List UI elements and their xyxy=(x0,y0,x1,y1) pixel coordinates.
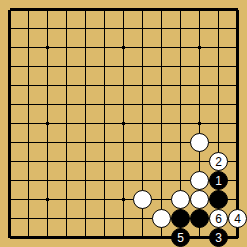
grid-line-vertical xyxy=(180,171,181,190)
board-point-4-4[interactable] xyxy=(76,76,95,95)
grid-line-vertical xyxy=(161,95,162,114)
grid-line-vertical xyxy=(161,171,162,190)
grid-line-vertical xyxy=(28,95,29,114)
grid-line-vertical xyxy=(142,114,143,133)
board-point-6-10[interactable] xyxy=(114,190,133,209)
grid-line-vertical xyxy=(66,95,67,114)
board-point-8-3[interactable] xyxy=(152,57,171,76)
grid-line-horizontal xyxy=(10,180,20,181)
board-point-7-3[interactable] xyxy=(133,57,152,76)
grid-line-vertical xyxy=(85,209,86,228)
board-point-9-4[interactable] xyxy=(171,76,190,95)
board-point-7-9[interactable] xyxy=(133,171,152,190)
board-point-12-11[interactable]: 4 xyxy=(228,209,247,228)
board-point-1-3[interactable] xyxy=(19,57,38,76)
board-point-11-3[interactable] xyxy=(209,57,228,76)
grid-line-vertical xyxy=(236,190,239,209)
board-point-5-6[interactable] xyxy=(95,114,114,133)
grid-line-vertical xyxy=(218,95,219,114)
board-point-6-12[interactable] xyxy=(114,228,133,247)
board-point-0-3[interactable] xyxy=(0,57,19,76)
board-point-10-6[interactable] xyxy=(190,114,209,133)
board-point-3-11[interactable] xyxy=(57,209,76,228)
board-point-0-6[interactable] xyxy=(0,114,19,133)
grid-line-vertical xyxy=(66,152,67,171)
board-point-3-8[interactable] xyxy=(57,152,76,171)
grid-line-vertical xyxy=(123,152,124,171)
board-point-11-12[interactable]: 3 xyxy=(209,228,228,247)
grid-line-vertical xyxy=(8,171,11,190)
grid-line-vertical xyxy=(66,114,67,133)
board-point-0-7[interactable] xyxy=(0,133,19,152)
board-point-10-7[interactable] xyxy=(190,133,209,152)
grid-line-vertical xyxy=(104,57,105,76)
board-point-6-9[interactable] xyxy=(114,171,133,190)
board-point-0-11[interactable] xyxy=(0,209,19,228)
grid-line-vertical xyxy=(104,228,105,238)
board-point-11-9[interactable]: 1 xyxy=(209,171,228,190)
grid-line-vertical xyxy=(28,228,29,238)
grid-line-vertical xyxy=(161,57,162,76)
board-point-8-6[interactable] xyxy=(152,114,171,133)
grid-line-vertical xyxy=(8,152,11,171)
grid-line-vertical xyxy=(199,76,200,95)
star-point xyxy=(122,46,125,49)
board-point-10-5[interactable] xyxy=(190,95,209,114)
black-stone-move-1: 1 xyxy=(209,171,228,190)
grid-line-vertical xyxy=(85,228,86,238)
board-point-1-1[interactable] xyxy=(19,19,38,38)
board-point-11-4[interactable] xyxy=(209,76,228,95)
board-point-6-4[interactable] xyxy=(114,76,133,95)
board-point-5-4[interactable] xyxy=(95,76,114,95)
grid-line-vertical xyxy=(104,76,105,95)
grid-line-vertical xyxy=(104,10,105,20)
black-stone xyxy=(190,209,209,228)
board-point-0-2[interactable] xyxy=(0,38,19,57)
board-point-5-11[interactable] xyxy=(95,209,114,228)
grid-line-vertical xyxy=(218,133,219,152)
grid-line-vertical xyxy=(66,19,67,38)
board-point-6-6[interactable] xyxy=(114,114,133,133)
board-point-9-5[interactable] xyxy=(171,95,190,114)
grid-line-horizontal xyxy=(10,85,20,86)
board-point-4-0[interactable] xyxy=(76,0,95,19)
grid-line-vertical xyxy=(218,114,219,133)
grid-line-vertical xyxy=(236,19,239,38)
board-point-4-10[interactable] xyxy=(76,190,95,209)
board-point-0-9[interactable] xyxy=(0,171,19,190)
board-point-1-2[interactable] xyxy=(19,38,38,57)
grid-line-vertical xyxy=(104,19,105,38)
grid-line-vertical xyxy=(180,57,181,76)
grid-line-vertical xyxy=(123,10,124,20)
board-point-5-9[interactable] xyxy=(95,171,114,190)
grid-line-vertical xyxy=(104,133,105,152)
board-point-11-2[interactable] xyxy=(209,38,228,57)
board-point-5-2[interactable] xyxy=(95,38,114,57)
grid-line-vertical xyxy=(28,38,29,57)
board-point-8-5[interactable] xyxy=(152,95,171,114)
board-point-6-1[interactable] xyxy=(114,19,133,38)
white-stone-move-6: 6 xyxy=(209,209,228,228)
grid-line-vertical xyxy=(218,76,219,95)
board-point-12-4[interactable] xyxy=(228,76,247,95)
board-point-10-4[interactable] xyxy=(190,76,209,95)
board-point-5-1[interactable] xyxy=(95,19,114,38)
grid-line-vertical xyxy=(47,95,48,114)
board-point-12-10[interactable] xyxy=(228,190,247,209)
board-point-7-8[interactable] xyxy=(133,152,152,171)
board-point-3-7[interactable] xyxy=(57,133,76,152)
grid-line-horizontal xyxy=(10,142,20,143)
grid-line-vertical xyxy=(104,209,105,228)
board-point-3-10[interactable] xyxy=(57,190,76,209)
grid-line-vertical xyxy=(180,133,181,152)
grid-line-vertical xyxy=(8,95,11,114)
board-point-7-2[interactable] xyxy=(133,38,152,57)
board-point-6-5[interactable] xyxy=(114,95,133,114)
grid-line-vertical xyxy=(8,19,11,38)
board-point-4-3[interactable] xyxy=(76,57,95,76)
grid-line-vertical xyxy=(180,76,181,95)
board-point-5-10[interactable] xyxy=(95,190,114,209)
board-point-0-10[interactable] xyxy=(0,190,19,209)
board-point-0-12[interactable] xyxy=(0,228,19,247)
board-point-4-12[interactable] xyxy=(76,228,95,247)
board-point-2-5[interactable] xyxy=(38,95,57,114)
grid-line-vertical xyxy=(8,10,11,20)
grid-line-vertical xyxy=(123,171,124,190)
grid-line-vertical xyxy=(161,152,162,171)
board-point-9-0[interactable] xyxy=(171,0,190,19)
grid-line-vertical xyxy=(142,133,143,152)
white-stone xyxy=(133,190,152,209)
grid-line-vertical xyxy=(85,95,86,114)
board-point-12-6[interactable] xyxy=(228,114,247,133)
grid-line-vertical xyxy=(28,133,29,152)
board-point-2-2[interactable] xyxy=(38,38,57,57)
board-point-5-7[interactable] xyxy=(95,133,114,152)
grid-line-vertical xyxy=(85,19,86,38)
grid-line-vertical xyxy=(161,228,162,238)
board-point-0-5[interactable] xyxy=(0,95,19,114)
board-point-7-11[interactable] xyxy=(133,209,152,228)
board-point-1-10[interactable] xyxy=(19,190,38,209)
grid-line-vertical xyxy=(236,57,239,76)
board-point-12-2[interactable] xyxy=(228,38,247,57)
grid-line-vertical xyxy=(123,209,124,228)
grid-line-vertical xyxy=(236,95,239,114)
board-point-1-7[interactable] xyxy=(19,133,38,152)
grid-line-horizontal xyxy=(10,199,20,200)
board-point-0-0[interactable] xyxy=(0,0,19,19)
board-point-2-12[interactable] xyxy=(38,228,57,247)
black-stone xyxy=(209,190,228,209)
board-point-2-8[interactable] xyxy=(38,152,57,171)
grid-line-horizontal xyxy=(10,104,20,105)
board-point-8-8[interactable] xyxy=(152,152,171,171)
board-point-10-12[interactable] xyxy=(190,228,209,247)
board-point-10-10[interactable] xyxy=(190,190,209,209)
board-point-3-6[interactable] xyxy=(57,114,76,133)
board-point-7-0[interactable] xyxy=(133,0,152,19)
board-point-11-1[interactable] xyxy=(209,19,228,38)
board-point-2-7[interactable] xyxy=(38,133,57,152)
board-point-6-7[interactable] xyxy=(114,133,133,152)
white-stone xyxy=(190,171,209,190)
board-point-11-7[interactable] xyxy=(209,133,228,152)
board-point-2-4[interactable] xyxy=(38,76,57,95)
board-point-4-9[interactable] xyxy=(76,171,95,190)
grid-line-vertical xyxy=(236,10,239,20)
grid-line-vertical xyxy=(218,19,219,38)
grid-line-vertical xyxy=(8,190,11,209)
board-point-1-6[interactable] xyxy=(19,114,38,133)
grid-line-vertical xyxy=(66,228,67,238)
grid-line-vertical xyxy=(123,95,124,114)
go-board: 216453 xyxy=(0,0,247,247)
board-point-9-10[interactable] xyxy=(171,190,190,209)
board-point-12-3[interactable] xyxy=(228,57,247,76)
board-point-1-8[interactable] xyxy=(19,152,38,171)
board-point-10-3[interactable] xyxy=(190,57,209,76)
grid-line-vertical xyxy=(85,38,86,57)
board-point-3-4[interactable] xyxy=(57,76,76,95)
board-point-3-5[interactable] xyxy=(57,95,76,114)
board-point-3-1[interactable] xyxy=(57,19,76,38)
board-point-10-2[interactable] xyxy=(190,38,209,57)
board-point-2-9[interactable] xyxy=(38,171,57,190)
board-point-4-11[interactable] xyxy=(76,209,95,228)
grid-line-vertical xyxy=(8,38,11,57)
board-point-5-5[interactable] xyxy=(95,95,114,114)
grid-line-horizontal xyxy=(10,8,20,11)
grid-line-horizontal xyxy=(10,28,20,29)
board-point-8-1[interactable] xyxy=(152,19,171,38)
board-point-11-10[interactable] xyxy=(209,190,228,209)
board-point-12-0[interactable] xyxy=(228,0,247,19)
grid-line-vertical xyxy=(85,133,86,152)
grid-line-vertical xyxy=(47,76,48,95)
board-point-1-9[interactable] xyxy=(19,171,38,190)
board-point-7-5[interactable] xyxy=(133,95,152,114)
board-point-12-8[interactable] xyxy=(228,152,247,171)
board-point-9-7[interactable] xyxy=(171,133,190,152)
grid-line-vertical xyxy=(161,19,162,38)
grid-line-vertical xyxy=(161,10,162,20)
board-point-3-2[interactable] xyxy=(57,38,76,57)
grid-line-vertical xyxy=(104,38,105,57)
grid-line-vertical xyxy=(85,10,86,20)
grid-line-vertical xyxy=(66,209,67,228)
board-point-9-1[interactable] xyxy=(171,19,190,38)
grid-line-vertical xyxy=(142,10,143,20)
board-point-12-9[interactable] xyxy=(228,171,247,190)
board-point-4-2[interactable] xyxy=(76,38,95,57)
board-point-8-7[interactable] xyxy=(152,133,171,152)
board-point-1-11[interactable] xyxy=(19,209,38,228)
board-point-2-11[interactable] xyxy=(38,209,57,228)
board-point-6-0[interactable] xyxy=(114,0,133,19)
board-point-10-0[interactable] xyxy=(190,0,209,19)
board-point-10-11[interactable] xyxy=(190,209,209,228)
grid-line-horizontal xyxy=(10,161,20,162)
board-point-8-2[interactable] xyxy=(152,38,171,57)
board-point-2-1[interactable] xyxy=(38,19,57,38)
board-point-8-11[interactable] xyxy=(152,209,171,228)
board-point-3-0[interactable] xyxy=(57,0,76,19)
grid-line-horizontal xyxy=(10,236,20,239)
grid-line-vertical xyxy=(142,171,143,190)
grid-line-vertical xyxy=(142,152,143,171)
board-point-2-10[interactable] xyxy=(38,190,57,209)
board-point-2-6[interactable] xyxy=(38,114,57,133)
board-point-8-10[interactable] xyxy=(152,190,171,209)
go-diagram: 216453 xyxy=(0,0,247,247)
board-point-7-10[interactable] xyxy=(133,190,152,209)
white-stone xyxy=(190,133,209,152)
grid-line-vertical xyxy=(47,10,48,20)
star-point xyxy=(198,122,201,125)
board-point-9-11[interactable] xyxy=(171,209,190,228)
board-point-11-5[interactable] xyxy=(209,95,228,114)
board-point-12-12[interactable] xyxy=(228,228,247,247)
grid-line-vertical xyxy=(66,171,67,190)
board-point-8-4[interactable] xyxy=(152,76,171,95)
grid-line-vertical xyxy=(180,10,181,20)
board-point-1-12[interactable] xyxy=(19,228,38,247)
grid-line-vertical xyxy=(199,228,200,238)
board-point-7-1[interactable] xyxy=(133,19,152,38)
board-point-4-7[interactable] xyxy=(76,133,95,152)
board-point-11-6[interactable] xyxy=(209,114,228,133)
grid-line-horizontal xyxy=(10,66,20,67)
grid-line-vertical xyxy=(142,76,143,95)
grid-line-vertical xyxy=(28,114,29,133)
board-point-6-3[interactable] xyxy=(114,57,133,76)
star-point xyxy=(198,46,201,49)
grid-line-vertical xyxy=(104,152,105,171)
star-point xyxy=(122,122,125,125)
grid-line-vertical xyxy=(8,57,11,76)
grid-line-vertical xyxy=(104,190,105,209)
board-point-4-5[interactable] xyxy=(76,95,95,114)
grid-line-vertical xyxy=(66,76,67,95)
board-point-8-9[interactable] xyxy=(152,171,171,190)
board-point-2-0[interactable] xyxy=(38,0,57,19)
board-point-0-1[interactable] xyxy=(0,19,19,38)
grid-line-vertical xyxy=(199,152,200,171)
board-point-9-6[interactable] xyxy=(171,114,190,133)
grid-line-horizontal xyxy=(10,218,20,219)
grid-line-vertical xyxy=(28,19,29,38)
grid-line-vertical xyxy=(161,190,162,209)
grid-line-vertical xyxy=(236,152,239,171)
grid-line-vertical xyxy=(66,133,67,152)
grid-line-vertical xyxy=(180,19,181,38)
black-stone xyxy=(171,209,190,228)
board-point-5-0[interactable] xyxy=(95,0,114,19)
grid-line-vertical xyxy=(8,209,11,228)
board-point-1-5[interactable] xyxy=(19,95,38,114)
grid-line-vertical xyxy=(47,133,48,152)
grid-line-horizontal xyxy=(10,47,20,48)
board-point-2-3[interactable] xyxy=(38,57,57,76)
board-point-11-11[interactable]: 6 xyxy=(209,209,228,228)
board-point-6-2[interactable] xyxy=(114,38,133,57)
board-point-7-12[interactable] xyxy=(133,228,152,247)
board-point-12-7[interactable] xyxy=(228,133,247,152)
board-point-3-3[interactable] xyxy=(57,57,76,76)
grid-line-vertical xyxy=(47,228,48,238)
board-point-4-8[interactable] xyxy=(76,152,95,171)
grid-line-vertical xyxy=(8,76,11,95)
board-point-6-8[interactable] xyxy=(114,152,133,171)
grid-line-vertical xyxy=(236,38,239,57)
board-point-4-1[interactable] xyxy=(76,19,95,38)
board-point-9-2[interactable] xyxy=(171,38,190,57)
grid-line-vertical xyxy=(123,133,124,152)
board-point-0-4[interactable] xyxy=(0,76,19,95)
grid-line-vertical xyxy=(142,228,143,238)
board-point-7-4[interactable] xyxy=(133,76,152,95)
board-point-4-6[interactable] xyxy=(76,114,95,133)
board-point-5-12[interactable] xyxy=(95,228,114,247)
board-point-10-9[interactable] xyxy=(190,171,209,190)
board-point-11-8[interactable]: 2 xyxy=(209,152,228,171)
grid-line-vertical xyxy=(123,76,124,95)
board-point-1-0[interactable] xyxy=(19,0,38,19)
grid-line-vertical xyxy=(66,10,67,20)
grid-line-vertical xyxy=(236,228,239,238)
board-point-9-12[interactable]: 5 xyxy=(171,228,190,247)
board-point-5-8[interactable] xyxy=(95,152,114,171)
grid-line-vertical xyxy=(85,190,86,209)
board-point-12-1[interactable] xyxy=(228,19,247,38)
grid-line-vertical xyxy=(28,76,29,95)
grid-line-vertical xyxy=(180,95,181,114)
grid-line-vertical xyxy=(199,57,200,76)
board-point-10-8[interactable] xyxy=(190,152,209,171)
board-point-11-0[interactable] xyxy=(209,0,228,19)
grid-line-vertical xyxy=(180,114,181,133)
grid-line-vertical xyxy=(199,19,200,38)
grid-line-vertical xyxy=(47,209,48,228)
board-point-9-8[interactable] xyxy=(171,152,190,171)
board-point-6-11[interactable] xyxy=(114,209,133,228)
board-point-1-4[interactable] xyxy=(19,76,38,95)
board-point-8-0[interactable] xyxy=(152,0,171,19)
board-point-8-12[interactable] xyxy=(152,228,171,247)
board-point-5-3[interactable] xyxy=(95,57,114,76)
board-point-3-9[interactable] xyxy=(57,171,76,190)
grid-line-vertical xyxy=(180,38,181,57)
board-point-7-7[interactable] xyxy=(133,133,152,152)
grid-line-vertical xyxy=(28,171,29,190)
grid-line-vertical xyxy=(161,133,162,152)
board-point-9-3[interactable] xyxy=(171,57,190,76)
board-point-3-12[interactable] xyxy=(57,228,76,247)
grid-line-vertical xyxy=(236,133,239,152)
board-point-10-1[interactable] xyxy=(190,19,209,38)
board-point-7-6[interactable] xyxy=(133,114,152,133)
board-point-0-8[interactable] xyxy=(0,152,19,171)
grid-line-vertical xyxy=(85,76,86,95)
board-point-9-9[interactable] xyxy=(171,171,190,190)
board-point-12-5[interactable] xyxy=(228,95,247,114)
grid-line-vertical xyxy=(8,114,11,133)
